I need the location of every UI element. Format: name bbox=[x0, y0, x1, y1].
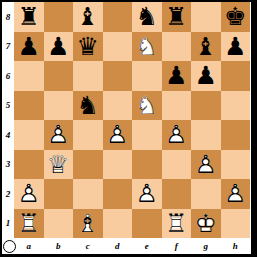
rank-label-8: 8 bbox=[2, 2, 14, 32]
black-pawn[interactable]: ♟ bbox=[162, 61, 192, 91]
white-king[interactable]: ♚♔ bbox=[191, 209, 221, 239]
rank-label-4: 4 bbox=[2, 120, 14, 150]
square-b6[interactable] bbox=[44, 61, 74, 91]
square-e5[interactable]: ♞♘ bbox=[132, 91, 162, 121]
rank-label-2: 2 bbox=[2, 179, 14, 209]
black-bishop[interactable]: ♝ bbox=[73, 2, 103, 32]
rank-label-7: 7 bbox=[2, 32, 14, 62]
white-knight[interactable]: ♞♘ bbox=[132, 91, 162, 121]
file-label-d: d bbox=[103, 238, 133, 254]
square-g4[interactable] bbox=[191, 120, 221, 150]
square-c6[interactable] bbox=[73, 61, 103, 91]
square-d5[interactable] bbox=[103, 91, 133, 121]
square-b2[interactable] bbox=[44, 179, 74, 209]
black-pawn[interactable]: ♟ bbox=[191, 61, 221, 91]
square-c3[interactable] bbox=[73, 150, 103, 180]
square-b3[interactable]: ♛♕ bbox=[44, 150, 74, 180]
square-f8[interactable]: ♜ bbox=[162, 2, 192, 32]
square-g3[interactable]: ♟♙ bbox=[191, 150, 221, 180]
square-d1[interactable] bbox=[103, 209, 133, 239]
white-knight[interactable]: ♞♘ bbox=[132, 32, 162, 62]
file-label-f: f bbox=[162, 238, 192, 254]
white-pawn[interactable]: ♟♙ bbox=[191, 150, 221, 180]
square-c5[interactable]: ♞ bbox=[73, 91, 103, 121]
square-g6[interactable]: ♟ bbox=[191, 61, 221, 91]
square-f7[interactable] bbox=[162, 32, 192, 62]
rank-label-1: 1 bbox=[2, 209, 14, 239]
white-pawn[interactable]: ♟♙ bbox=[162, 120, 192, 150]
square-f1[interactable]: ♜♖ bbox=[162, 209, 192, 239]
square-a4[interactable] bbox=[14, 120, 44, 150]
square-f5[interactable] bbox=[162, 91, 192, 121]
square-h6[interactable] bbox=[221, 61, 251, 91]
square-c8[interactable]: ♝ bbox=[73, 2, 103, 32]
square-a8[interactable]: ♜ bbox=[14, 2, 44, 32]
square-c1[interactable]: ♝♗ bbox=[73, 209, 103, 239]
square-b4[interactable]: ♟♙ bbox=[44, 120, 74, 150]
black-rook[interactable]: ♜ bbox=[14, 2, 44, 32]
square-d6[interactable] bbox=[103, 61, 133, 91]
white-pawn[interactable]: ♟♙ bbox=[132, 179, 162, 209]
white-rook[interactable]: ♜♖ bbox=[14, 209, 44, 239]
square-f2[interactable] bbox=[162, 179, 192, 209]
square-e1[interactable] bbox=[132, 209, 162, 239]
file-label-h: h bbox=[221, 238, 251, 254]
square-h2[interactable]: ♟♙ bbox=[221, 179, 251, 209]
square-g1[interactable]: ♚♔ bbox=[191, 209, 221, 239]
white-bishop[interactable]: ♝♗ bbox=[73, 209, 103, 239]
square-d4[interactable]: ♟♙ bbox=[103, 120, 133, 150]
square-h7[interactable]: ♟ bbox=[221, 32, 251, 62]
square-e3[interactable] bbox=[132, 150, 162, 180]
black-pawn[interactable]: ♟ bbox=[14, 32, 44, 62]
square-f6[interactable]: ♟ bbox=[162, 61, 192, 91]
square-e8[interactable]: ♞ bbox=[132, 2, 162, 32]
square-f3[interactable] bbox=[162, 150, 192, 180]
rank-label-5: 5 bbox=[2, 91, 14, 121]
square-b8[interactable] bbox=[44, 2, 74, 32]
black-queen[interactable]: ♛ bbox=[73, 32, 103, 62]
square-e6[interactable] bbox=[132, 61, 162, 91]
file-label-b: b bbox=[44, 238, 74, 254]
square-b5[interactable] bbox=[44, 91, 74, 121]
rank-labels: 87654321 bbox=[2, 2, 14, 238]
white-pawn[interactable]: ♟♙ bbox=[44, 120, 74, 150]
white-pawn[interactable]: ♟♙ bbox=[103, 120, 133, 150]
square-a1[interactable]: ♜♖ bbox=[14, 209, 44, 239]
file-labels: abcdefgh bbox=[14, 238, 250, 254]
black-knight[interactable]: ♞ bbox=[132, 2, 162, 32]
square-e2[interactable]: ♟♙ bbox=[132, 179, 162, 209]
square-h3[interactable] bbox=[221, 150, 251, 180]
chess-board: ♜♝♞♜♚♟♟♛♞♘♝♟♟♟♞♞♘♟♙♟♙♟♙♛♕♟♙♟♙♟♙♟♙♜♖♝♗♜♖♚… bbox=[14, 2, 250, 238]
square-e7[interactable]: ♞♘ bbox=[132, 32, 162, 62]
square-c2[interactable] bbox=[73, 179, 103, 209]
square-h8[interactable]: ♚ bbox=[221, 2, 251, 32]
square-b7[interactable]: ♟ bbox=[44, 32, 74, 62]
black-pawn[interactable]: ♟ bbox=[221, 32, 251, 62]
white-pawn[interactable]: ♟♙ bbox=[221, 179, 251, 209]
file-label-g: g bbox=[191, 238, 221, 254]
square-d3[interactable] bbox=[103, 150, 133, 180]
file-label-c: c bbox=[73, 238, 103, 254]
square-f4[interactable]: ♟♙ bbox=[162, 120, 192, 150]
file-label-e: e bbox=[132, 238, 162, 254]
square-e4[interactable] bbox=[132, 120, 162, 150]
rank-label-3: 3 bbox=[2, 150, 14, 180]
black-pawn[interactable]: ♟ bbox=[44, 32, 74, 62]
square-d8[interactable] bbox=[103, 2, 133, 32]
square-a2[interactable]: ♟♙ bbox=[14, 179, 44, 209]
square-h5[interactable] bbox=[221, 91, 251, 121]
black-knight[interactable]: ♞ bbox=[73, 91, 103, 121]
square-h1[interactable] bbox=[221, 209, 251, 239]
square-a5[interactable] bbox=[14, 91, 44, 121]
square-g7[interactable]: ♝ bbox=[191, 32, 221, 62]
rank-label-6: 6 bbox=[2, 61, 14, 91]
white-pawn[interactable]: ♟♙ bbox=[14, 179, 44, 209]
square-d7[interactable] bbox=[103, 32, 133, 62]
square-c4[interactable] bbox=[73, 120, 103, 150]
square-a7[interactable]: ♟ bbox=[14, 32, 44, 62]
black-king[interactable]: ♚ bbox=[221, 2, 251, 32]
square-g5[interactable] bbox=[191, 91, 221, 121]
square-g2[interactable] bbox=[191, 179, 221, 209]
square-a6[interactable] bbox=[14, 61, 44, 91]
square-a3[interactable] bbox=[14, 150, 44, 180]
square-c7[interactable]: ♛ bbox=[73, 32, 103, 62]
square-g8[interactable] bbox=[191, 2, 221, 32]
black-rook[interactable]: ♜ bbox=[162, 2, 192, 32]
black-bishop[interactable]: ♝ bbox=[191, 32, 221, 62]
chess-diagram: 87654321 ♜♝♞♜♚♟♟♛♞♘♝♟♟♟♞♞♘♟♙♟♙♟♙♛♕♟♙♟♙♟♙… bbox=[0, 0, 257, 257]
file-label-a: a bbox=[14, 238, 44, 254]
white-rook[interactable]: ♜♖ bbox=[162, 209, 192, 239]
side-to-move-indicator bbox=[3, 240, 16, 253]
white-queen[interactable]: ♛♕ bbox=[44, 150, 74, 180]
square-h4[interactable] bbox=[221, 120, 251, 150]
square-d2[interactable] bbox=[103, 179, 133, 209]
square-b1[interactable] bbox=[44, 209, 74, 239]
